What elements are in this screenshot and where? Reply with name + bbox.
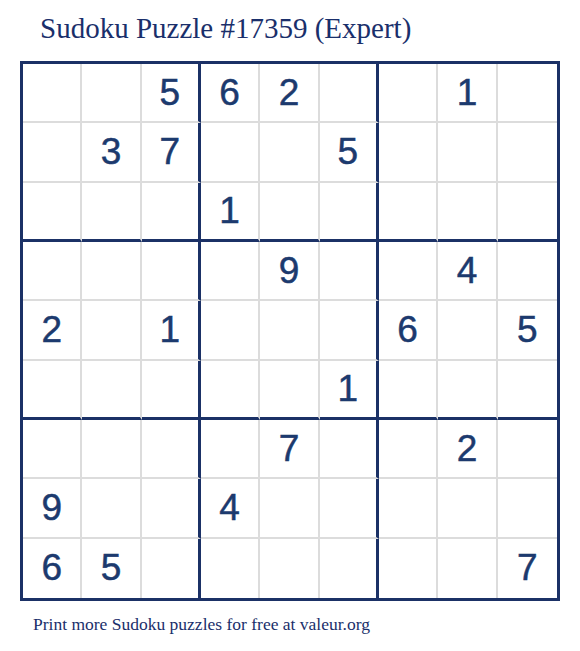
cell-r2c2[interactable]: 3 bbox=[82, 123, 141, 182]
cell-r1c9[interactable] bbox=[498, 64, 557, 123]
cell-r6c8[interactable] bbox=[438, 361, 497, 420]
cell-r3c9[interactable] bbox=[498, 183, 557, 242]
cell-r8c3[interactable] bbox=[142, 479, 201, 538]
cell-r9c5[interactable] bbox=[260, 539, 319, 598]
sudoku-board: 5621375194216517294657 bbox=[20, 61, 560, 601]
cell-r6c6[interactable]: 1 bbox=[320, 361, 379, 420]
cell-r3c5[interactable] bbox=[260, 183, 319, 242]
cell-r3c7[interactable] bbox=[379, 183, 438, 242]
cell-r1c5[interactable]: 2 bbox=[260, 64, 319, 123]
cell-r5c6[interactable] bbox=[320, 301, 379, 360]
cell-r4c4[interactable] bbox=[201, 242, 260, 301]
cell-r9c1[interactable]: 6 bbox=[23, 539, 82, 598]
cell-r4c6[interactable] bbox=[320, 242, 379, 301]
cell-r5c9[interactable]: 5 bbox=[498, 301, 557, 360]
cell-r2c3[interactable]: 7 bbox=[142, 123, 201, 182]
cell-r9c9[interactable]: 7 bbox=[498, 539, 557, 598]
cell-r8c6[interactable] bbox=[320, 479, 379, 538]
cell-r1c3[interactable]: 5 bbox=[142, 64, 201, 123]
cell-r7c4[interactable] bbox=[201, 420, 260, 479]
cell-r4c9[interactable] bbox=[498, 242, 557, 301]
cell-r2c7[interactable] bbox=[379, 123, 438, 182]
cell-r9c3[interactable] bbox=[142, 539, 201, 598]
cell-r3c8[interactable] bbox=[438, 183, 497, 242]
cell-r2c1[interactable] bbox=[23, 123, 82, 182]
cell-r8c1[interactable]: 9 bbox=[23, 479, 82, 538]
cell-r5c2[interactable] bbox=[82, 301, 141, 360]
cell-r7c6[interactable] bbox=[320, 420, 379, 479]
cell-r3c4[interactable]: 1 bbox=[201, 183, 260, 242]
cell-r7c9[interactable] bbox=[498, 420, 557, 479]
cell-r7c7[interactable] bbox=[379, 420, 438, 479]
cell-r4c8[interactable]: 4 bbox=[438, 242, 497, 301]
cell-r7c1[interactable] bbox=[23, 420, 82, 479]
cell-r9c7[interactable] bbox=[379, 539, 438, 598]
cell-r6c9[interactable] bbox=[498, 361, 557, 420]
cell-r5c5[interactable] bbox=[260, 301, 319, 360]
cell-r6c7[interactable] bbox=[379, 361, 438, 420]
cell-r6c5[interactable] bbox=[260, 361, 319, 420]
cell-r8c2[interactable] bbox=[82, 479, 141, 538]
cell-r2c4[interactable] bbox=[201, 123, 260, 182]
cell-r5c4[interactable] bbox=[201, 301, 260, 360]
cell-r1c7[interactable] bbox=[379, 64, 438, 123]
cell-r5c3[interactable]: 1 bbox=[142, 301, 201, 360]
cell-r6c1[interactable] bbox=[23, 361, 82, 420]
cell-r2c5[interactable] bbox=[260, 123, 319, 182]
cell-r3c6[interactable] bbox=[320, 183, 379, 242]
cell-r1c6[interactable] bbox=[320, 64, 379, 123]
cell-r1c2[interactable] bbox=[82, 64, 141, 123]
cell-r6c2[interactable] bbox=[82, 361, 141, 420]
cell-r4c5[interactable]: 9 bbox=[260, 242, 319, 301]
cell-r4c2[interactable] bbox=[82, 242, 141, 301]
cell-r1c1[interactable] bbox=[23, 64, 82, 123]
cell-r7c5[interactable]: 7 bbox=[260, 420, 319, 479]
cell-r1c4[interactable]: 6 bbox=[201, 64, 260, 123]
cell-r7c3[interactable] bbox=[142, 420, 201, 479]
cell-r4c3[interactable] bbox=[142, 242, 201, 301]
cell-r4c7[interactable] bbox=[379, 242, 438, 301]
cell-r2c6[interactable]: 5 bbox=[320, 123, 379, 182]
cell-r9c4[interactable] bbox=[201, 539, 260, 598]
cell-r8c7[interactable] bbox=[379, 479, 438, 538]
cell-r2c8[interactable] bbox=[438, 123, 497, 182]
cell-r2c9[interactable] bbox=[498, 123, 557, 182]
cell-r6c4[interactable] bbox=[201, 361, 260, 420]
cell-r4c1[interactable] bbox=[23, 242, 82, 301]
page-title: Sudoku Puzzle #17359 (Expert) bbox=[40, 13, 411, 45]
cell-r8c4[interactable]: 4 bbox=[201, 479, 260, 538]
cell-r3c2[interactable] bbox=[82, 183, 141, 242]
cell-r7c8[interactable]: 2 bbox=[438, 420, 497, 479]
cell-r8c9[interactable] bbox=[498, 479, 557, 538]
cell-r1c8[interactable]: 1 bbox=[438, 64, 497, 123]
cell-r8c5[interactable] bbox=[260, 479, 319, 538]
cell-r7c2[interactable] bbox=[82, 420, 141, 479]
footer-text: Print more Sudoku puzzles for free at va… bbox=[33, 614, 370, 635]
cell-r9c8[interactable] bbox=[438, 539, 497, 598]
cell-r5c8[interactable] bbox=[438, 301, 497, 360]
cell-r3c3[interactable] bbox=[142, 183, 201, 242]
sudoku-page: Sudoku Puzzle #17359 (Expert) 5621375194… bbox=[0, 0, 580, 651]
cell-r9c6[interactable] bbox=[320, 539, 379, 598]
cell-r5c7[interactable]: 6 bbox=[379, 301, 438, 360]
cell-r8c8[interactable] bbox=[438, 479, 497, 538]
cell-r5c1[interactable]: 2 bbox=[23, 301, 82, 360]
cell-r6c3[interactable] bbox=[142, 361, 201, 420]
cell-r9c2[interactable]: 5 bbox=[82, 539, 141, 598]
cell-r3c1[interactable] bbox=[23, 183, 82, 242]
